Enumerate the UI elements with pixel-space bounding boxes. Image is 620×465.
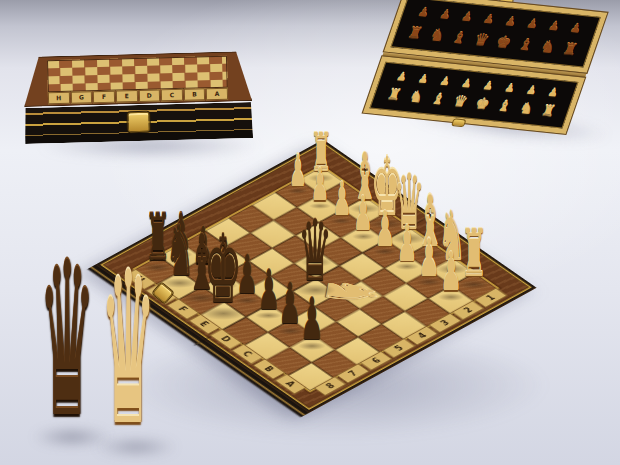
stored-dark-pawn: ♟ (525, 18, 540, 31)
chess-board: HGFEDCBA 12345678 (96, 139, 537, 412)
stored-light-pawn: ♟ (503, 82, 516, 94)
closed-box-side-panel (24, 102, 253, 144)
closed-box-checker-pattern (47, 56, 228, 93)
closed-box-letter: C (161, 89, 183, 102)
stored-dark-pawn: ♟ (568, 22, 583, 35)
stored-dark-queen: ♛ (471, 32, 491, 49)
stored-dark-rook: ♜ (405, 25, 425, 42)
stored-light-pawn: ♟ (546, 87, 559, 99)
stored-dark-pawn: ♟ (460, 11, 475, 24)
spare-queen-light: ♛ (100, 245, 156, 455)
stored-dark-pawn: ♟ (416, 6, 431, 19)
stored-light-bishop: ♝ (429, 92, 447, 108)
closed-box-letter: G (70, 91, 92, 104)
stored-light-pawn: ♟ (417, 73, 430, 85)
stored-dark-knight: ♞ (538, 39, 558, 56)
board-grid (135, 167, 497, 391)
stored-dark-pawn: ♟ (547, 20, 562, 33)
spare-queen-dark: ♛ (39, 234, 95, 447)
stored-light-queen: ♛ (451, 95, 469, 111)
stored-dark-rook: ♜ (560, 41, 580, 58)
stored-light-king: ♚ (473, 97, 491, 113)
clasp-icon (127, 112, 150, 133)
stored-light-bishop: ♝ (495, 99, 513, 115)
stored-dark-bishop: ♝ (449, 29, 469, 46)
clasp-icon (451, 118, 467, 127)
closed-box-letter: E (116, 90, 138, 103)
stored-dark-knight: ♞ (427, 27, 447, 44)
open-chess-box: ♟♟♟♟♟♟♟♟ ♜♞♝♛♚♝♞♜ ♟♟♟♟♟♟♟♟ ♜♞♝♛♚♝♞♜ (363, 0, 608, 134)
stored-light-rook: ♜ (385, 88, 403, 104)
closed-chess-box: HGFEDCBA (23, 51, 253, 144)
closed-box-letter: F (93, 91, 115, 104)
closed-box-letter: H (48, 92, 70, 105)
stored-light-pawn: ♟ (395, 71, 408, 83)
stored-light-pawn: ♟ (438, 75, 451, 87)
closed-box-letter: A (206, 88, 228, 101)
stored-dark-pawn: ♟ (438, 9, 453, 22)
stored-light-knight: ♞ (407, 90, 425, 106)
stored-light-knight: ♞ (517, 102, 535, 118)
stored-dark-bishop: ♝ (516, 36, 536, 53)
stored-light-pawn: ♟ (460, 78, 473, 90)
closed-box-checkerboard-lid: HGFEDCBA (23, 51, 252, 107)
closed-box-letter: B (184, 88, 206, 101)
stored-light-pawn: ♟ (525, 84, 538, 96)
stored-light-pawn: ♟ (482, 80, 495, 92)
stored-dark-king: ♚ (494, 34, 514, 51)
stored-dark-pawn: ♟ (481, 13, 496, 26)
closed-box-letter: D (138, 89, 160, 102)
stored-light-rook: ♜ (539, 104, 557, 120)
stored-dark-pawn: ♟ (503, 16, 518, 29)
scene: HGFEDCBA ♟♟♟♟♟♟♟♟ ♜♞♝♛♚♝♞♜ ♟♟♟♟♟♟♟♟ ♜♞♝♛… (0, 0, 620, 465)
